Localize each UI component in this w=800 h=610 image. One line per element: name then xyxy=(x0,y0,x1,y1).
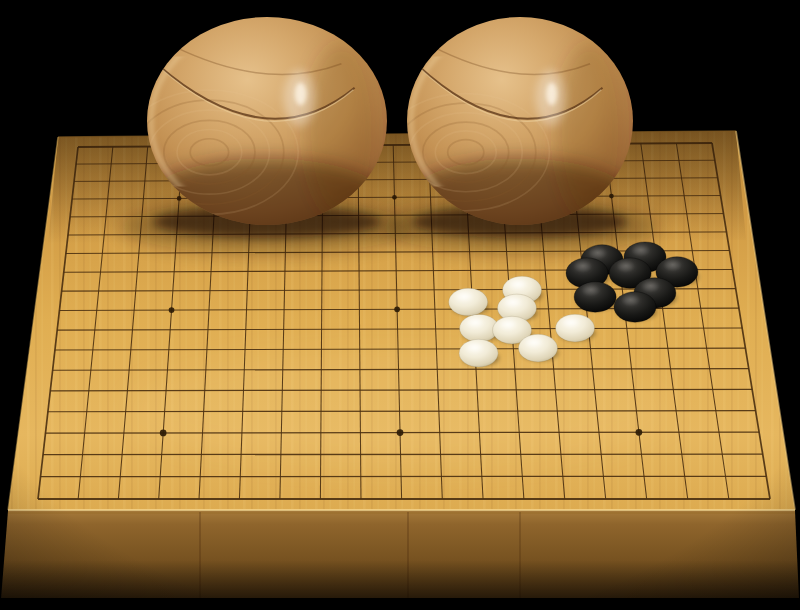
stone-body xyxy=(574,282,616,312)
star-point xyxy=(397,429,404,436)
star-point xyxy=(636,429,643,436)
stone-sheen xyxy=(510,280,525,288)
stone-sheen xyxy=(664,261,680,270)
stone-body xyxy=(556,314,595,342)
stone-sheen xyxy=(467,343,482,351)
stone-sheen xyxy=(632,246,648,255)
star-point xyxy=(169,307,175,313)
stone-sheen xyxy=(467,319,482,327)
stone-sheen xyxy=(622,296,638,305)
stone-sheen xyxy=(563,318,578,326)
stone-body xyxy=(449,288,488,316)
bottom-black-band xyxy=(0,598,800,610)
stone-sheen xyxy=(505,298,520,306)
front-face-bottom-fade xyxy=(0,560,800,599)
stone-sheen xyxy=(642,282,658,291)
goban xyxy=(0,125,800,610)
stone-body xyxy=(614,292,656,322)
stone-sheen xyxy=(500,320,515,328)
star-point xyxy=(160,430,167,437)
bowl-specular-core xyxy=(295,83,307,106)
stone-sheen xyxy=(456,292,471,300)
grid-line-horizontal xyxy=(43,454,763,455)
stone-body xyxy=(459,339,498,367)
stone-sheen xyxy=(589,249,605,258)
stone-sheen xyxy=(526,338,541,346)
stone-sheen xyxy=(583,286,599,295)
stone-sheen xyxy=(574,262,590,271)
bowl-specular-core xyxy=(546,83,557,106)
stone-body xyxy=(518,334,557,362)
go-set-photo xyxy=(0,0,800,610)
stone-sheen xyxy=(618,262,634,271)
star-point xyxy=(394,306,400,312)
